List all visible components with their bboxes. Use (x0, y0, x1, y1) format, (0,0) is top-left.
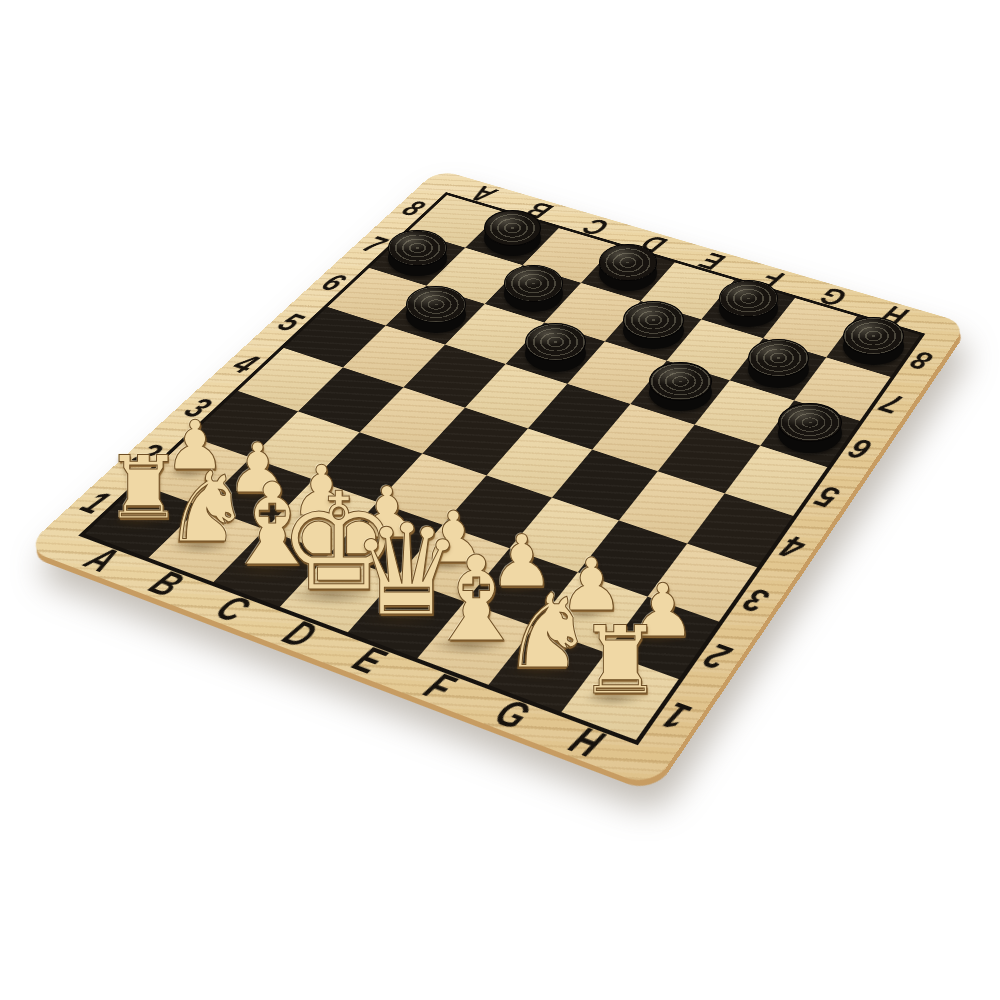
pieces-layer: ♟♟♟♜♟♞♟♝♟♚♟♛♟♝♞♜ (0, 0, 1000, 1000)
checker-black-b8[interactable] (484, 210, 541, 255)
checker-top-grooves (484, 210, 541, 246)
checker-black-h8[interactable] (843, 317, 904, 365)
checker-black-e7[interactable] (623, 301, 683, 349)
checker-black-h6[interactable] (778, 403, 842, 453)
checker-black-f8[interactable] (719, 280, 779, 327)
chess-piece-white-rook-h1[interactable]: ♜ (578, 615, 662, 709)
checker-top-grooves (843, 317, 904, 355)
checker-black-d6[interactable] (525, 323, 586, 371)
checker-top-grooves (649, 362, 712, 401)
checker-top-grooves (388, 230, 446, 266)
checker-top-grooves (406, 286, 466, 323)
checker-top-grooves (719, 280, 779, 317)
checker-black-d8[interactable] (599, 244, 657, 290)
checker-black-b6[interactable] (406, 286, 466, 334)
checker-black-f6[interactable] (649, 362, 712, 411)
checker-top-grooves (623, 301, 683, 338)
checker-top-grooves (504, 265, 563, 302)
checker-black-g7[interactable] (748, 339, 810, 388)
checker-black-c7[interactable] (504, 265, 563, 312)
checker-black-a7[interactable] (388, 230, 446, 276)
board-photo-scene: AABBCCDDEEFFGGHH8877665544332211 ♟♟♟♜♟♞♟… (0, 0, 1000, 1000)
checker-top-grooves (778, 403, 842, 443)
checker-top-grooves (599, 244, 657, 280)
